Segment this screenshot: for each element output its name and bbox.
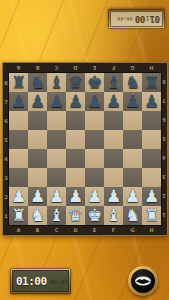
square-f6[interactable] [104, 111, 123, 130]
coordinate-label: 4 [161, 149, 167, 168]
square-e4[interactable] [85, 149, 104, 168]
opponent-clock-face: 01:00 00:00 [110, 11, 163, 27]
coordinate-label: 1 [161, 206, 167, 225]
coordinate-label: 3 [161, 168, 167, 187]
square-e8[interactable]: ♚ [85, 73, 104, 92]
piece-black-knight[interactable]: ♞ [125, 73, 140, 92]
square-g1[interactable]: ♞ [123, 206, 142, 225]
piece-black-pawn[interactable]: ♟ [49, 92, 64, 111]
square-e6[interactable] [85, 111, 104, 130]
square-g8[interactable]: ♞ [123, 73, 142, 92]
coordinate-label: B [28, 225, 47, 235]
piece-black-pawn[interactable]: ♟ [125, 92, 140, 111]
piece-white-knight[interactable]: ♞ [125, 206, 140, 225]
piece-black-pawn[interactable]: ♟ [87, 92, 102, 111]
square-a1[interactable]: ♜ [9, 206, 28, 225]
square-a7[interactable]: ♟ [9, 92, 28, 111]
square-c2[interactable]: ♟ [47, 187, 66, 206]
square-a6[interactable] [9, 111, 28, 130]
opponent-clock: 01:00 00:00 [108, 9, 165, 29]
piece-black-queen[interactable]: ♛ [68, 73, 83, 92]
coordinate-label: C [47, 225, 66, 235]
coordinate-label: D [66, 225, 85, 235]
square-b6[interactable] [28, 111, 47, 130]
square-d8[interactable]: ♛ [66, 73, 85, 92]
square-a5[interactable] [9, 130, 28, 149]
piece-white-bishop[interactable]: ♝ [106, 206, 121, 225]
piece-white-pawn[interactable]: ♟ [49, 187, 64, 206]
board-squares: ♜♞♝♛♚♝♞♜♟♟♟♟♟♟♟♟♟♟♟♟♟♟♟♟♜♞♝♛♚♝♞♜ [9, 73, 161, 225]
square-f5[interactable] [104, 130, 123, 149]
handshake-icon [131, 269, 155, 293]
coordinate-label: 5 [161, 130, 167, 149]
square-h2[interactable]: ♟ [142, 187, 161, 206]
piece-white-pawn[interactable]: ♟ [144, 187, 159, 206]
piece-white-bishop[interactable]: ♝ [49, 206, 64, 225]
square-f8[interactable]: ♝ [104, 73, 123, 92]
piece-black-bishop[interactable]: ♝ [49, 73, 64, 92]
square-d6[interactable] [66, 111, 85, 130]
opponent-clock-secondary: 00:00 [117, 16, 132, 22]
square-e5[interactable] [85, 130, 104, 149]
square-c3[interactable] [47, 168, 66, 187]
piece-white-king[interactable]: ♚ [87, 206, 102, 225]
square-d1[interactable]: ♛ [66, 206, 85, 225]
square-d3[interactable] [66, 168, 85, 187]
piece-white-pawn[interactable]: ♟ [106, 187, 121, 206]
square-d4[interactable] [66, 149, 85, 168]
square-b7[interactable]: ♟ [28, 92, 47, 111]
piece-black-rook[interactable]: ♜ [144, 73, 159, 92]
square-a3[interactable] [9, 168, 28, 187]
piece-white-pawn[interactable]: ♟ [87, 187, 102, 206]
square-c8[interactable]: ♝ [47, 73, 66, 92]
square-b4[interactable] [28, 149, 47, 168]
square-h8[interactable]: ♜ [142, 73, 161, 92]
piece-black-pawn[interactable]: ♟ [11, 92, 26, 111]
square-d7[interactable]: ♟ [66, 92, 85, 111]
square-c1[interactable]: ♝ [47, 206, 66, 225]
piece-white-pawn[interactable]: ♟ [30, 187, 45, 206]
coordinate-label: 6 [161, 111, 167, 130]
square-f1[interactable]: ♝ [104, 206, 123, 225]
coordinate-label: F [104, 225, 123, 235]
player-clock-face: 01:00 00:00 [12, 270, 69, 292]
player-clock-time: 01:00 [16, 275, 47, 288]
square-d2[interactable]: ♟ [66, 187, 85, 206]
square-g2[interactable]: ♟ [123, 187, 142, 206]
square-g7[interactable]: ♟ [123, 92, 142, 111]
piece-black-pawn[interactable]: ♟ [144, 92, 159, 111]
piece-black-pawn[interactable]: ♟ [30, 92, 45, 111]
rank-labels-right: 87654321 [161, 73, 167, 225]
player-clock-secondary: 00:00 [50, 278, 68, 285]
piece-white-rook[interactable]: ♜ [144, 206, 159, 225]
square-b5[interactable] [28, 130, 47, 149]
square-h5[interactable] [142, 130, 161, 149]
piece-black-rook[interactable]: ♜ [11, 73, 26, 92]
piece-black-king[interactable]: ♚ [87, 73, 102, 92]
piece-white-pawn[interactable]: ♟ [125, 187, 140, 206]
square-f4[interactable] [104, 149, 123, 168]
square-e3[interactable] [85, 168, 104, 187]
square-d5[interactable] [66, 130, 85, 149]
square-h7[interactable]: ♟ [142, 92, 161, 111]
square-g3[interactable] [123, 168, 142, 187]
square-b3[interactable] [28, 168, 47, 187]
square-c6[interactable] [47, 111, 66, 130]
coordinate-label: E [85, 225, 104, 235]
square-a2[interactable]: ♟ [9, 187, 28, 206]
square-g6[interactable] [123, 111, 142, 130]
chess-board: ABCDEFGH 87654321 ♜♞♝♛♚♝♞♜♟♟♟♟♟♟♟♟♟♟♟♟♟♟… [2, 62, 168, 236]
square-g4[interactable] [123, 149, 142, 168]
square-c7[interactable]: ♟ [47, 92, 66, 111]
square-e7[interactable]: ♟ [85, 92, 104, 111]
piece-white-knight[interactable]: ♞ [30, 206, 45, 225]
square-c5[interactable] [47, 130, 66, 149]
file-labels-bottom: ABCDEFGH [9, 225, 161, 235]
square-e1[interactable]: ♚ [85, 206, 104, 225]
game-screen: 01:00 00:00 ABCDEFGH 87654321 ♜♞♝♛♚♝♞♜♟♟… [0, 0, 169, 300]
piece-white-pawn[interactable]: ♟ [68, 187, 83, 206]
coordinate-label: 2 [161, 187, 167, 206]
square-b1[interactable]: ♞ [28, 206, 47, 225]
coordinate-label: 8 [161, 73, 167, 92]
opponent-clock-time: 01:00 [135, 14, 160, 24]
square-b8[interactable]: ♞ [28, 73, 47, 92]
piece-white-rook[interactable]: ♜ [11, 206, 26, 225]
square-h4[interactable] [142, 149, 161, 168]
coordinate-label: A [9, 225, 28, 235]
square-h1[interactable]: ♜ [142, 206, 161, 225]
square-f3[interactable] [104, 168, 123, 187]
piece-black-pawn[interactable]: ♟ [106, 92, 121, 111]
square-b2[interactable]: ♟ [28, 187, 47, 206]
square-f2[interactable]: ♟ [104, 187, 123, 206]
piece-black-knight[interactable]: ♞ [30, 73, 45, 92]
square-e2[interactable]: ♟ [85, 187, 104, 206]
piece-black-bishop[interactable]: ♝ [106, 73, 121, 92]
piece-white-pawn[interactable]: ♟ [11, 187, 26, 206]
square-c4[interactable] [47, 149, 66, 168]
piece-black-pawn[interactable]: ♟ [68, 92, 83, 111]
square-h6[interactable] [142, 111, 161, 130]
draw-offer-button[interactable] [128, 266, 158, 296]
coordinate-label: 7 [161, 92, 167, 111]
square-h3[interactable] [142, 168, 161, 187]
coordinate-label: G [123, 225, 142, 235]
piece-white-queen[interactable]: ♛ [68, 206, 83, 225]
square-g5[interactable] [123, 130, 142, 149]
square-a4[interactable] [9, 149, 28, 168]
coordinate-label: H [142, 225, 161, 235]
square-a8[interactable]: ♜ [9, 73, 28, 92]
square-f7[interactable]: ♟ [104, 92, 123, 111]
player-clock: 01:00 00:00 [10, 268, 71, 294]
